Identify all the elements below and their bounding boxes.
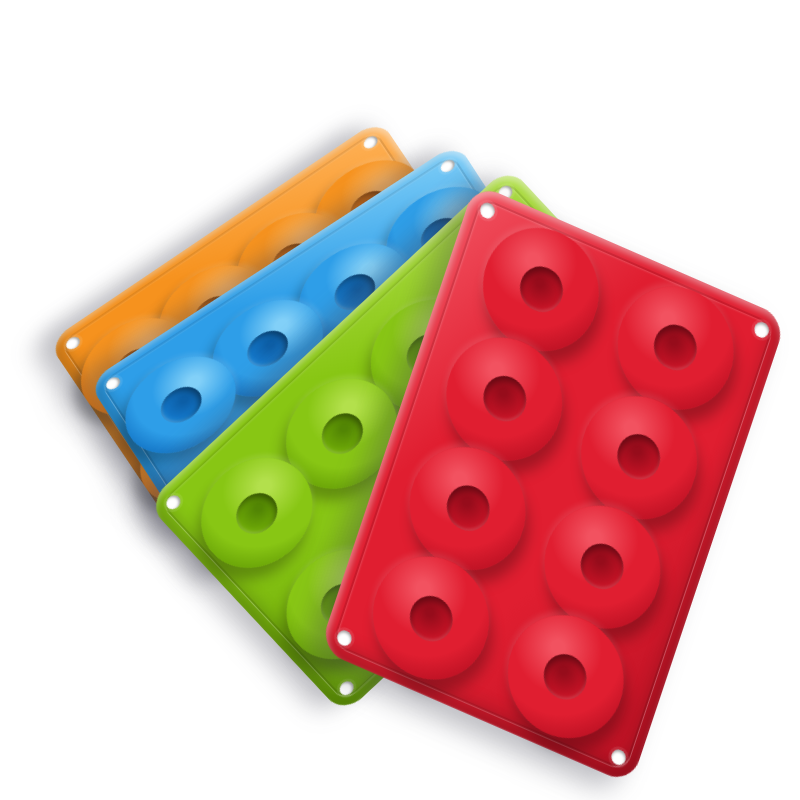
donut-cavity-center-hole bbox=[154, 379, 208, 430]
donut-cavity-center-hole bbox=[404, 588, 458, 647]
donut-cavity-center-hole bbox=[575, 537, 629, 596]
donut-cavity-center-hole bbox=[612, 427, 666, 486]
product-photo-scene bbox=[0, 0, 800, 800]
donut-cavity-center-hole bbox=[313, 405, 371, 462]
donut-cavity-center-hole bbox=[241, 323, 295, 374]
donut-cavity-center-hole bbox=[648, 318, 702, 377]
donut-cavity-center-hole bbox=[477, 369, 531, 428]
donut-cavity-center-hole bbox=[228, 484, 286, 541]
donut-cavity-center-hole bbox=[514, 260, 568, 319]
donut-cavity-center-hole bbox=[538, 647, 592, 706]
donut-cavity-center-hole bbox=[441, 479, 495, 538]
